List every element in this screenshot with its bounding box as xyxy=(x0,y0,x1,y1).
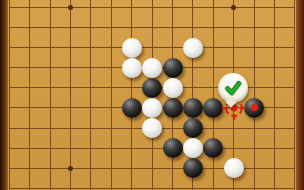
board-right-border xyxy=(296,0,304,190)
star-point xyxy=(68,166,73,171)
grid-vline xyxy=(213,0,214,190)
grid-vline xyxy=(90,0,91,190)
grid-vline xyxy=(111,0,112,190)
grid-hline xyxy=(9,47,295,48)
grid-hline xyxy=(9,7,295,8)
black-stone xyxy=(183,158,203,178)
grid-vline xyxy=(274,0,275,190)
confirm-move-button[interactable] xyxy=(218,73,248,103)
black-stone xyxy=(163,98,183,118)
black-stone xyxy=(183,118,203,138)
black-stone xyxy=(142,78,162,98)
black-stone xyxy=(183,98,203,118)
board-left-border xyxy=(0,0,8,190)
white-stone xyxy=(122,38,142,58)
star-point xyxy=(231,5,236,10)
gomoku-board[interactable] xyxy=(0,0,304,190)
white-stone xyxy=(122,58,142,78)
grid-hline xyxy=(9,148,295,149)
white-stone xyxy=(183,38,203,58)
white-stone xyxy=(163,78,183,98)
grid-vline xyxy=(254,0,255,190)
white-stone xyxy=(142,118,162,138)
black-stone xyxy=(163,138,183,158)
white-stone xyxy=(142,58,162,78)
star-point xyxy=(68,5,73,10)
grid-vline xyxy=(294,0,295,190)
grid-hline xyxy=(9,188,295,189)
black-stone xyxy=(163,58,183,78)
grid-hline xyxy=(9,168,295,169)
white-stone xyxy=(183,138,203,158)
white-stone xyxy=(224,158,244,178)
grid-vline xyxy=(70,0,71,190)
white-stone xyxy=(142,98,162,118)
green-checkmark-icon xyxy=(221,76,245,100)
grid-vline xyxy=(50,0,51,190)
grid-vline xyxy=(9,0,10,190)
grid-vline xyxy=(131,0,132,190)
grid-vline xyxy=(29,0,30,190)
grid-hline xyxy=(9,27,295,28)
black-stone xyxy=(122,98,142,118)
black-stone xyxy=(203,138,223,158)
